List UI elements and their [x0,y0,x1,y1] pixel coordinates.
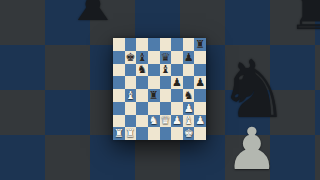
black-pawn-piece: ♟ [172,77,182,88]
black-pawn-piece: ♟ [184,51,194,62]
square-b1[interactable]: ♜ [125,127,137,140]
square-g8[interactable] [183,38,195,51]
square-d8[interactable] [148,38,160,51]
square-h8[interactable]: ♜ [194,38,206,51]
black-rook-piece: ♜ [195,38,205,49]
square-a1[interactable]: ♜ [113,127,125,140]
square-d7[interactable] [148,51,160,64]
square-h7[interactable] [194,51,206,64]
square-c2[interactable] [136,115,148,128]
black-knight-piece: ♞ [137,64,147,75]
pawn-silhouette: ♟ [226,120,278,178]
square-a7[interactable] [113,51,125,64]
square-f7[interactable] [171,51,183,64]
black-bishop-piece: ♝ [137,51,147,62]
bishop-silhouette: ♝ [64,0,121,30]
square-f1[interactable] [171,127,183,140]
black-rook-piece: ♜ [149,89,159,100]
knight-silhouette: ♞ [218,50,290,130]
white-bishop-piece: ♝ [184,115,194,126]
square-c5[interactable] [136,76,148,89]
square-e2[interactable]: ♛ [160,115,172,128]
square-e6[interactable]: ♝ [160,64,172,77]
black-pawn-piece: ♟ [195,77,205,88]
white-knight-piece: ♞ [149,115,159,126]
square-c7[interactable]: ♝ [136,51,148,64]
square-d6[interactable] [148,64,160,77]
square-d2[interactable]: ♞ [148,115,160,128]
square-g7[interactable]: ♟ [183,51,195,64]
square-h1[interactable] [194,127,206,140]
white-pawn-piece: ♟ [195,115,205,126]
white-rook-piece: ♜ [126,128,136,139]
video-frame: ♝♜♞♟♜♚♝♛♟♞♝♟♟♝♜♞♟♞♛♟♝♟♜♜♚ [0,0,320,180]
square-h6[interactable] [194,64,206,77]
square-c6[interactable]: ♞ [136,64,148,77]
square-e3[interactable] [160,102,172,115]
square-g5[interactable] [183,76,195,89]
square-a8[interactable] [113,38,125,51]
white-king-piece: ♚ [184,128,194,139]
square-d3[interactable] [148,102,160,115]
rook-silhouette: ♜ [288,0,320,38]
square-f8[interactable] [171,38,183,51]
square-e4[interactable] [160,89,172,102]
square-g1[interactable]: ♚ [183,127,195,140]
square-b7[interactable]: ♚ [125,51,137,64]
chess-board[interactable]: ♜♚♝♛♟♞♝♟♟♝♜♞♟♞♛♟♝♟♜♜♚ [113,38,206,140]
square-f6[interactable] [171,64,183,77]
square-f4[interactable] [171,89,183,102]
square-g2[interactable]: ♝ [183,115,195,128]
square-g6[interactable] [183,64,195,77]
square-c1[interactable] [136,127,148,140]
square-d5[interactable] [148,76,160,89]
square-h4[interactable] [194,89,206,102]
square-a5[interactable] [113,76,125,89]
square-b8[interactable] [125,38,137,51]
black-queen-piece: ♛ [160,51,170,62]
square-f2[interactable]: ♟ [171,115,183,128]
square-a3[interactable] [113,102,125,115]
square-g3[interactable]: ♟ [183,102,195,115]
square-e1[interactable] [160,127,172,140]
white-pawn-piece: ♟ [184,102,194,113]
square-b5[interactable] [125,76,137,89]
square-c4[interactable] [136,89,148,102]
square-d1[interactable] [148,127,160,140]
white-rook-piece: ♜ [114,128,124,139]
square-c8[interactable] [136,38,148,51]
square-c3[interactable] [136,102,148,115]
white-queen-piece: ♛ [160,115,170,126]
black-bishop-piece: ♝ [160,64,170,75]
black-knight-piece: ♞ [184,89,194,100]
square-e5[interactable] [160,76,172,89]
square-d4[interactable]: ♜ [148,89,160,102]
square-b6[interactable] [125,64,137,77]
square-h5[interactable]: ♟ [194,76,206,89]
square-f3[interactable] [171,102,183,115]
square-f5[interactable]: ♟ [171,76,183,89]
square-e7[interactable]: ♛ [160,51,172,64]
square-a6[interactable] [113,64,125,77]
square-g4[interactable]: ♞ [183,89,195,102]
square-a4[interactable] [113,89,125,102]
square-a2[interactable] [113,115,125,128]
square-b3[interactable] [125,102,137,115]
white-pawn-piece: ♟ [172,115,182,126]
square-b4[interactable]: ♝ [125,89,137,102]
square-b2[interactable] [125,115,137,128]
square-e8[interactable] [160,38,172,51]
square-h3[interactable] [194,102,206,115]
square-h2[interactable]: ♟ [194,115,206,128]
white-bishop-piece: ♝ [126,89,136,100]
black-king-piece: ♚ [126,51,136,62]
